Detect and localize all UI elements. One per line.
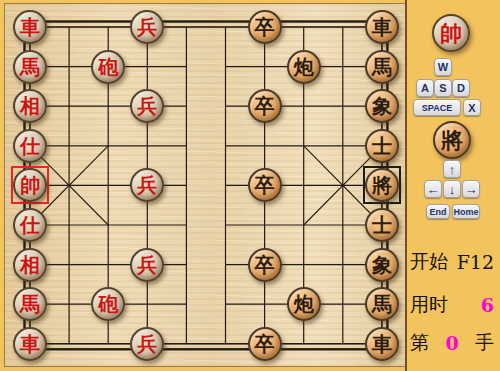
key-arrow-up: ↑: [443, 160, 461, 178]
piece-black-象[interactable]: 象: [365, 248, 399, 282]
piece-black-士[interactable]: 士: [365, 129, 399, 163]
key-end: End: [426, 204, 450, 219]
time-value: 6: [481, 294, 494, 316]
piece-black-車[interactable]: 車: [365, 10, 399, 44]
piece-black-炮[interactable]: 炮: [287, 287, 321, 321]
piece-black-卒[interactable]: 卒: [248, 89, 282, 123]
move-prefix: 第: [410, 330, 429, 356]
piece-red-砲[interactable]: 砲: [91, 50, 125, 84]
piece-red-仕[interactable]: 仕: [13, 208, 47, 242]
piece-black-炮[interactable]: 炮: [287, 50, 321, 84]
status-start-row: 开始 F12: [410, 250, 494, 274]
start-key-label: F12: [457, 251, 494, 273]
piece-black-卒[interactable]: 卒: [248, 10, 282, 44]
piece-red-馬[interactable]: 馬: [13, 287, 47, 321]
piece-black-卒[interactable]: 卒: [248, 327, 282, 361]
piece-red-馬[interactable]: 馬: [13, 50, 47, 84]
piece-red-車[interactable]: 車: [13, 10, 47, 44]
piece-black-士[interactable]: 士: [365, 208, 399, 242]
status-move-row: 第 0 手: [410, 331, 494, 355]
key-s: S: [434, 79, 452, 97]
move-value: 0: [445, 332, 458, 354]
key-w: W: [434, 58, 452, 76]
key-space: SPACE: [413, 99, 461, 116]
piece-black-馬[interactable]: 馬: [365, 287, 399, 321]
piece-red-車[interactable]: 車: [13, 327, 47, 361]
panel-divider: [405, 0, 407, 371]
black-king-piece-icon: 將: [433, 121, 471, 159]
xiangqi-game-window: 車馬相仕帥仕相馬車砲砲兵兵兵兵兵車馬象士將士象馬車炮炮卒卒卒卒卒 帥 W A S…: [0, 0, 500, 371]
red-king-piece-icon: 帥: [432, 14, 470, 52]
piece-red-相[interactable]: 相: [13, 248, 47, 282]
move-suffix: 手: [475, 330, 494, 356]
key-home: Home: [452, 204, 480, 219]
piece-black-卒[interactable]: 卒: [248, 248, 282, 282]
start-label: 开始: [410, 249, 448, 275]
piece-red-兵[interactable]: 兵: [130, 327, 164, 361]
board-background: [5, 4, 405, 366]
piece-red-相[interactable]: 相: [13, 89, 47, 123]
piece-black-象[interactable]: 象: [365, 89, 399, 123]
piece-black-卒[interactable]: 卒: [248, 168, 282, 202]
piece-red-兵[interactable]: 兵: [130, 248, 164, 282]
status-time-row: 用时 6: [410, 293, 494, 317]
piece-black-馬[interactable]: 馬: [365, 50, 399, 84]
key-arrow-down: ↓: [443, 180, 461, 198]
time-label: 用时: [410, 292, 448, 318]
key-a: A: [416, 79, 434, 97]
key-arrow-right: →: [462, 180, 480, 198]
key-x: X: [463, 99, 481, 116]
piece-black-車[interactable]: 車: [365, 327, 399, 361]
key-d: D: [452, 79, 470, 97]
key-arrow-left: ←: [424, 180, 442, 198]
piece-red-仕[interactable]: 仕: [13, 129, 47, 163]
